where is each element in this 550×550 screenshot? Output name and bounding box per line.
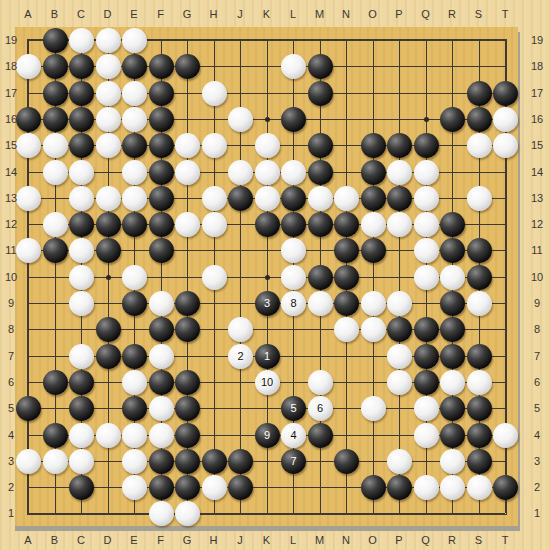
white-stone-R3[interactable] (440, 449, 465, 474)
black-stone-T2[interactable] (493, 475, 518, 500)
white-stone-P14[interactable] (387, 160, 412, 185)
black-stone-S17[interactable] (467, 81, 492, 106)
black-stone-F13[interactable] (149, 186, 174, 211)
white-stone-H12[interactable] (202, 212, 227, 237)
col-label-bottom: N (342, 534, 350, 546)
white-stone-F9[interactable] (149, 291, 174, 316)
black-stone-P15[interactable] (387, 133, 412, 158)
white-stone-H2[interactable] (202, 475, 227, 500)
black-stone-M18[interactable] (308, 54, 333, 79)
white-stone-H15[interactable] (202, 133, 227, 158)
white-stone-H10[interactable] (202, 265, 227, 290)
white-stone-P3[interactable] (387, 449, 412, 474)
white-stone-A18[interactable] (16, 54, 41, 79)
black-stone-F17[interactable] (149, 81, 174, 106)
col-label-bottom: B (51, 534, 58, 546)
col-label-top: R (448, 8, 456, 20)
white-stone-F1[interactable] (149, 501, 174, 526)
black-stone-N11[interactable] (334, 238, 359, 263)
move-number-label: 1 (264, 351, 270, 362)
move-number-label: 2 (237, 351, 243, 362)
col-label-top: G (183, 8, 192, 20)
black-stone-M14[interactable] (308, 160, 333, 185)
black-stone-B6[interactable] (43, 370, 68, 395)
black-stone-B17[interactable] (43, 81, 68, 106)
col-label-bottom: S (475, 534, 482, 546)
black-stone-L16[interactable] (281, 107, 306, 132)
black-stone-R11[interactable] (440, 238, 465, 263)
black-stone-M4[interactable] (308, 423, 333, 448)
move-number-label: 9 (264, 430, 270, 441)
white-stone-H13[interactable] (202, 186, 227, 211)
move-number-label: 5 (290, 403, 296, 414)
white-stone-E10[interactable] (122, 265, 147, 290)
black-stone-R4[interactable] (440, 423, 465, 448)
black-stone-L3[interactable]: 7 (281, 449, 306, 474)
white-stone-F5[interactable] (149, 396, 174, 421)
white-stone-F4[interactable] (149, 423, 174, 448)
row-label-left: 15 (5, 139, 17, 151)
row-label-right: 10 (531, 271, 543, 283)
white-stone-D17[interactable] (96, 81, 121, 106)
white-stone-O12[interactable] (361, 212, 386, 237)
black-stone-F16[interactable] (149, 107, 174, 132)
black-stone-F2[interactable] (149, 475, 174, 500)
white-stone-L9[interactable]: 8 (281, 291, 306, 316)
white-stone-Q4[interactable] (414, 423, 439, 448)
white-stone-D18[interactable] (96, 54, 121, 79)
col-label-bottom: Q (421, 534, 430, 546)
black-stone-E15[interactable] (122, 133, 147, 158)
black-stone-C6[interactable] (69, 370, 94, 395)
black-stone-K9[interactable]: 3 (255, 291, 280, 316)
black-stone-F12[interactable] (149, 212, 174, 237)
move-number-label: 6 (317, 403, 323, 414)
col-label-top: D (104, 8, 112, 20)
grid-line (28, 513, 505, 514)
row-label-right: 9 (534, 297, 540, 309)
black-stone-D7[interactable] (96, 344, 121, 369)
row-label-left: 4 (8, 429, 14, 441)
black-stone-R7[interactable] (440, 344, 465, 369)
black-stone-Q15[interactable] (414, 133, 439, 158)
black-stone-S3[interactable] (467, 449, 492, 474)
black-stone-S11[interactable] (467, 238, 492, 263)
white-stone-E3[interactable] (122, 449, 147, 474)
col-label-top: B (51, 8, 58, 20)
black-stone-F15[interactable] (149, 133, 174, 158)
white-stone-O5[interactable] (361, 396, 386, 421)
white-stone-A3[interactable] (16, 449, 41, 474)
black-stone-P8[interactable] (387, 317, 412, 342)
row-label-right: 4 (534, 429, 540, 441)
black-stone-R9[interactable] (440, 291, 465, 316)
row-label-left: 13 (5, 192, 17, 204)
row-label-right: 8 (534, 323, 540, 335)
white-stone-P6[interactable] (387, 370, 412, 395)
black-stone-N12[interactable] (334, 212, 359, 237)
row-label-right: 17 (531, 87, 543, 99)
black-stone-B19[interactable] (43, 28, 68, 53)
row-label-left: 1 (8, 507, 14, 519)
black-stone-O13[interactable] (361, 186, 386, 211)
white-stone-Q5[interactable] (414, 396, 439, 421)
black-stone-S10[interactable] (467, 265, 492, 290)
row-label-right: 14 (531, 166, 543, 178)
black-stone-D11[interactable] (96, 238, 121, 263)
white-stone-E13[interactable] (122, 186, 147, 211)
black-stone-P13[interactable] (387, 186, 412, 211)
black-stone-L5[interactable]: 5 (281, 396, 306, 421)
black-stone-G6[interactable] (175, 370, 200, 395)
white-stone-F7[interactable] (149, 344, 174, 369)
white-stone-B15[interactable] (43, 133, 68, 158)
black-stone-R5[interactable] (440, 396, 465, 421)
black-stone-G9[interactable] (175, 291, 200, 316)
col-label-bottom: R (448, 534, 456, 546)
white-stone-K6[interactable]: 10 (255, 370, 280, 395)
white-stone-M6[interactable] (308, 370, 333, 395)
black-stone-A16[interactable] (16, 107, 41, 132)
col-label-bottom: J (237, 534, 243, 546)
white-stone-D16[interactable] (96, 107, 121, 132)
white-stone-Q11[interactable] (414, 238, 439, 263)
row-label-left: 11 (5, 244, 16, 256)
col-label-top: L (290, 8, 296, 20)
row-label-right: 2 (534, 481, 540, 493)
black-stone-G8[interactable] (175, 317, 200, 342)
star-point (106, 275, 111, 280)
white-stone-T16[interactable] (493, 107, 518, 132)
white-stone-L11[interactable] (281, 238, 306, 263)
white-stone-D4[interactable] (96, 423, 121, 448)
white-stone-S6[interactable] (467, 370, 492, 395)
row-label-right: 5 (534, 402, 540, 414)
black-stone-D12[interactable] (96, 212, 121, 237)
white-stone-C14[interactable] (69, 160, 94, 185)
black-stone-C5[interactable] (69, 396, 94, 421)
row-label-right: 16 (531, 113, 543, 125)
row-label-right: 7 (534, 350, 540, 362)
row-label-right: 19 (531, 34, 543, 46)
white-stone-G1[interactable] (175, 501, 200, 526)
black-stone-B18[interactable] (43, 54, 68, 79)
white-stone-Q12[interactable] (414, 212, 439, 237)
black-stone-K4[interactable]: 9 (255, 423, 280, 448)
col-label-top: A (24, 8, 31, 20)
white-stone-S9[interactable] (467, 291, 492, 316)
white-stone-A13[interactable] (16, 186, 41, 211)
move-number-label: 10 (261, 377, 273, 388)
col-label-top: S (475, 8, 482, 20)
white-stone-E14[interactable] (122, 160, 147, 185)
white-stone-B14[interactable] (43, 160, 68, 185)
black-stone-C17[interactable] (69, 81, 94, 106)
black-stone-M17[interactable] (308, 81, 333, 106)
black-stone-E9[interactable] (122, 291, 147, 316)
grid-line (399, 40, 400, 513)
white-stone-L10[interactable] (281, 265, 306, 290)
row-label-left: 19 (5, 34, 17, 46)
col-label-bottom: O (368, 534, 377, 546)
black-stone-O11[interactable] (361, 238, 386, 263)
white-stone-P9[interactable] (387, 291, 412, 316)
black-stone-C12[interactable] (69, 212, 94, 237)
white-stone-E6[interactable] (122, 370, 147, 395)
row-label-right: 18 (531, 60, 543, 72)
black-stone-J3[interactable] (228, 449, 253, 474)
col-label-bottom: G (183, 534, 192, 546)
row-label-left: 16 (5, 113, 17, 125)
row-label-right: 1 (534, 507, 540, 519)
white-stone-E19[interactable] (122, 28, 147, 53)
black-stone-T17[interactable] (493, 81, 518, 106)
black-stone-O2[interactable] (361, 475, 386, 500)
black-stone-C16[interactable] (69, 107, 94, 132)
col-label-top: E (130, 8, 137, 20)
white-stone-D15[interactable] (96, 133, 121, 158)
black-stone-P2[interactable] (387, 475, 412, 500)
white-stone-T4[interactable] (493, 423, 518, 448)
row-label-left: 5 (8, 402, 14, 414)
col-label-bottom: F (157, 534, 164, 546)
white-stone-E17[interactable] (122, 81, 147, 106)
black-stone-G4[interactable] (175, 423, 200, 448)
col-label-bottom: H (210, 534, 218, 546)
col-label-bottom: K (263, 534, 270, 546)
col-label-top: F (157, 8, 164, 20)
white-stone-J8[interactable] (228, 317, 253, 342)
white-stone-R10[interactable] (440, 265, 465, 290)
white-stone-Q10[interactable] (414, 265, 439, 290)
black-stone-C18[interactable] (69, 54, 94, 79)
white-stone-Q2[interactable] (414, 475, 439, 500)
black-stone-G2[interactable] (175, 475, 200, 500)
col-label-top: J (237, 8, 243, 20)
white-stone-C10[interactable] (69, 265, 94, 290)
black-stone-F18[interactable] (149, 54, 174, 79)
white-stone-G15[interactable] (175, 133, 200, 158)
black-stone-Q7[interactable] (414, 344, 439, 369)
black-stone-J13[interactable] (228, 186, 253, 211)
white-stone-M13[interactable] (308, 186, 333, 211)
white-stone-J14[interactable] (228, 160, 253, 185)
col-label-bottom: M (315, 534, 324, 546)
white-stone-N8[interactable] (334, 317, 359, 342)
white-stone-C19[interactable] (69, 28, 94, 53)
white-stone-M5[interactable]: 6 (308, 396, 333, 421)
black-stone-E5[interactable] (122, 396, 147, 421)
white-stone-J7[interactable]: 2 (228, 344, 253, 369)
black-stone-S7[interactable] (467, 344, 492, 369)
white-stone-G12[interactable] (175, 212, 200, 237)
black-stone-G18[interactable] (175, 54, 200, 79)
black-stone-C15[interactable] (69, 133, 94, 158)
row-label-right: 13 (531, 192, 543, 204)
white-stone-O8[interactable] (361, 317, 386, 342)
row-label-right: 6 (534, 376, 540, 388)
black-stone-G5[interactable] (175, 396, 200, 421)
col-label-top: H (210, 8, 218, 20)
white-stone-E2[interactable] (122, 475, 147, 500)
white-stone-S13[interactable] (467, 186, 492, 211)
white-stone-M9[interactable] (308, 291, 333, 316)
black-stone-L13[interactable] (281, 186, 306, 211)
col-label-top: P (395, 8, 402, 20)
col-label-top: Q (421, 8, 430, 20)
black-stone-K12[interactable] (255, 212, 280, 237)
move-number-label: 4 (290, 430, 296, 441)
row-label-left: 9 (8, 297, 14, 309)
col-label-top: O (368, 8, 377, 20)
white-stone-N13[interactable] (334, 186, 359, 211)
black-stone-F3[interactable] (149, 449, 174, 474)
black-stone-B11[interactable] (43, 238, 68, 263)
black-stone-B16[interactable] (43, 107, 68, 132)
white-stone-S2[interactable] (467, 475, 492, 500)
white-stone-K15[interactable] (255, 133, 280, 158)
white-stone-E16[interactable] (122, 107, 147, 132)
col-label-bottom: A (24, 534, 31, 546)
col-label-bottom: D (104, 534, 112, 546)
white-stone-C4[interactable] (69, 423, 94, 448)
white-stone-L4[interactable]: 4 (281, 423, 306, 448)
black-stone-S16[interactable] (467, 107, 492, 132)
black-stone-R8[interactable] (440, 317, 465, 342)
row-label-left: 18 (5, 60, 17, 72)
white-stone-D13[interactable] (96, 186, 121, 211)
white-stone-C13[interactable] (69, 186, 94, 211)
row-label-left: 2 (8, 481, 14, 493)
black-stone-N9[interactable] (334, 291, 359, 316)
black-stone-E12[interactable] (122, 212, 147, 237)
white-stone-D19[interactable] (96, 28, 121, 53)
white-stone-K13[interactable] (255, 186, 280, 211)
col-label-bottom: E (130, 534, 137, 546)
white-stone-P12[interactable] (387, 212, 412, 237)
go-board[interactable]: 38211056947 (15, 27, 518, 526)
black-stone-E7[interactable] (122, 344, 147, 369)
star-point (265, 275, 270, 280)
black-stone-N10[interactable] (334, 265, 359, 290)
row-label-right: 12 (531, 218, 543, 230)
black-stone-F14[interactable] (149, 160, 174, 185)
row-label-right: 3 (534, 455, 540, 467)
col-label-top: M (315, 8, 324, 20)
move-number-label: 7 (290, 456, 296, 467)
white-stone-K14[interactable] (255, 160, 280, 185)
white-stone-G14[interactable] (175, 160, 200, 185)
row-label-left: 10 (5, 271, 17, 283)
white-stone-L14[interactable] (281, 160, 306, 185)
black-stone-Q6[interactable] (414, 370, 439, 395)
white-stone-C3[interactable] (69, 449, 94, 474)
white-stone-O9[interactable] (361, 291, 386, 316)
black-stone-D8[interactable] (96, 317, 121, 342)
col-label-top: N (342, 8, 350, 20)
black-stone-E18[interactable] (122, 54, 147, 79)
white-stone-B12[interactable] (43, 212, 68, 237)
col-label-bottom: T (502, 534, 509, 546)
black-stone-G3[interactable] (175, 449, 200, 474)
row-label-left: 7 (8, 350, 14, 362)
black-stone-M10[interactable] (308, 265, 333, 290)
row-label-left: 6 (8, 376, 14, 388)
white-stone-C7[interactable] (69, 344, 94, 369)
white-stone-S15[interactable] (467, 133, 492, 158)
black-stone-L12[interactable] (281, 212, 306, 237)
star-point (265, 117, 270, 122)
col-label-bottom: P (395, 534, 402, 546)
black-stone-J2[interactable] (228, 475, 253, 500)
black-stone-F6[interactable] (149, 370, 174, 395)
black-stone-F11[interactable] (149, 238, 174, 263)
black-stone-C2[interactable] (69, 475, 94, 500)
black-stone-M12[interactable] (308, 212, 333, 237)
star-point (424, 117, 429, 122)
grid-line (28, 461, 505, 462)
black-stone-N3[interactable] (334, 449, 359, 474)
col-label-top: C (77, 8, 85, 20)
black-stone-Q8[interactable] (414, 317, 439, 342)
black-stone-M15[interactable] (308, 133, 333, 158)
black-stone-O14[interactable] (361, 160, 386, 185)
row-label-left: 12 (5, 218, 17, 230)
black-stone-H3[interactable] (202, 449, 227, 474)
row-label-left: 14 (5, 166, 17, 178)
row-label-left: 8 (8, 323, 14, 335)
white-stone-P7[interactable] (387, 344, 412, 369)
col-label-bottom: L (290, 534, 296, 546)
white-stone-R2[interactable] (440, 475, 465, 500)
white-stone-H17[interactable] (202, 81, 227, 106)
row-label-right: 15 (531, 139, 543, 151)
grid-line (373, 40, 374, 513)
white-stone-J16[interactable] (228, 107, 253, 132)
black-stone-O15[interactable] (361, 133, 386, 158)
black-stone-A5[interactable] (16, 396, 41, 421)
move-number-label: 3 (264, 298, 270, 309)
move-number-label: 8 (290, 298, 296, 309)
white-stone-Q14[interactable] (414, 160, 439, 185)
white-stone-A15[interactable] (16, 133, 41, 158)
white-stone-Q13[interactable] (414, 186, 439, 211)
white-stone-E4[interactable] (122, 423, 147, 448)
black-stone-S4[interactable] (467, 423, 492, 448)
white-stone-B3[interactable] (43, 449, 68, 474)
row-label-left: 3 (8, 455, 14, 467)
black-stone-R12[interactable] (440, 212, 465, 237)
white-stone-A11[interactable] (16, 238, 41, 263)
white-stone-C11[interactable] (69, 238, 94, 263)
row-label-right: 11 (531, 244, 542, 256)
white-stone-R6[interactable] (440, 370, 465, 395)
row-label-left: 17 (5, 87, 17, 99)
go-diagram: 38211056947 AABBCCDDEEFFGGHHJJKKLLMMNNOO… (0, 0, 550, 550)
col-label-bottom: C (77, 534, 85, 546)
black-stone-B4[interactable] (43, 423, 68, 448)
white-stone-T15[interactable] (493, 133, 518, 158)
white-stone-C9[interactable] (69, 291, 94, 316)
black-stone-R16[interactable] (440, 107, 465, 132)
white-stone-L18[interactable] (281, 54, 306, 79)
col-label-top: K (263, 8, 270, 20)
black-stone-S5[interactable] (467, 396, 492, 421)
black-stone-F8[interactable] (149, 317, 174, 342)
col-label-top: T (502, 8, 509, 20)
black-stone-K7[interactable]: 1 (255, 344, 280, 369)
